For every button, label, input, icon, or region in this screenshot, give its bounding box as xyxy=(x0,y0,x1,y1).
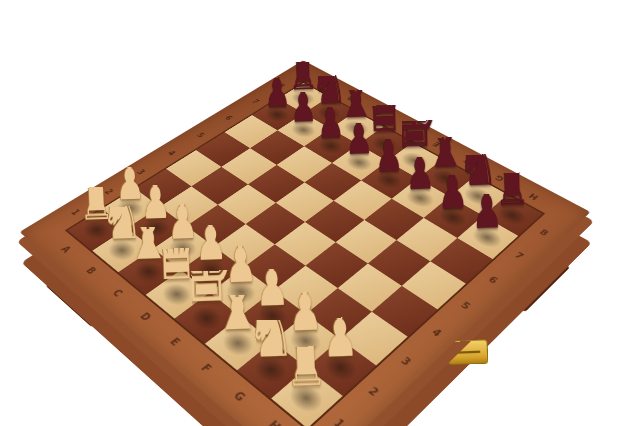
file-label: G xyxy=(232,389,248,403)
file-label: B xyxy=(84,265,98,275)
rank-label: 2 xyxy=(366,385,381,398)
file-label: E xyxy=(168,336,183,348)
rank-label: 6 xyxy=(223,114,234,121)
pieces-layer: ♜♞♝♛♚♝♞♜♟♟♟♟♟♟♟♟♟♟♟♟♟♟♟♟♜♞♝♛♚♝♞♜ xyxy=(68,83,543,426)
box-lid-top: ABCDEFGH ABCDEFGH 87654321 87654321 ♜♞♝♛… xyxy=(20,60,591,426)
file-label: C xyxy=(111,288,125,299)
chess-box: ABCDEFGH ABCDEFGH 87654321 87654321 ♜♞♝♛… xyxy=(20,60,591,426)
photo-scene: ABCDEFGH ABCDEFGH 87654321 87654321 ♜♞♝♛… xyxy=(0,0,640,426)
rank-label: 3 xyxy=(399,355,414,367)
file-label: H xyxy=(266,418,283,426)
rank-label: 1 xyxy=(332,417,348,426)
piece-black-pawn-b7[interactable]: ♟ xyxy=(291,92,316,130)
file-label: D xyxy=(138,311,153,323)
rank-label: 7 xyxy=(513,251,526,261)
rank-label: 6 xyxy=(487,275,500,285)
piece-black-pawn-h7[interactable]: ♟ xyxy=(473,193,501,237)
piece-black-pawn-g7[interactable]: ♟ xyxy=(439,174,466,217)
rank-label: 5 xyxy=(459,300,473,311)
piece-black-pawn-a7[interactable]: ♟ xyxy=(265,77,289,114)
piece-black-pawn-d7[interactable]: ♟ xyxy=(346,122,372,162)
piece-black-pawn-e7[interactable]: ♟ xyxy=(376,139,402,180)
piece-white-rook-h1[interactable]: ♜ xyxy=(289,346,322,398)
rank-label: 4 xyxy=(166,149,178,157)
rank-label: 4 xyxy=(430,327,444,338)
rank-label: 5 xyxy=(195,131,207,138)
piece-black-rook-h8[interactable]: ♜ xyxy=(498,172,525,215)
file-label: F xyxy=(199,362,214,374)
rank-label: 7 xyxy=(250,98,261,105)
piece-black-pawn-f7[interactable]: ♟ xyxy=(407,156,434,198)
piece-white-pawn-h2[interactable]: ♟ xyxy=(324,317,356,367)
file-label: A xyxy=(59,244,73,254)
piece-black-pawn-c7[interactable]: ♟ xyxy=(318,107,343,146)
rank-label: 8 xyxy=(538,228,550,237)
